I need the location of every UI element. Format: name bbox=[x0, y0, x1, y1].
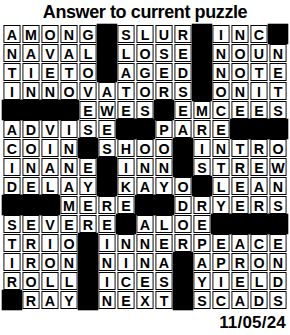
letter-cell-r10c10: D bbox=[174, 196, 191, 214]
letter-cell-r8c4: N bbox=[60, 158, 77, 176]
letter-cell-r10c5: E bbox=[79, 196, 96, 214]
block-cell-r5c2 bbox=[22, 101, 40, 119]
letter-cell-r2c15: N bbox=[269, 44, 286, 62]
letter-cell-r15c13: A bbox=[231, 291, 248, 309]
letter-cell-r7c7: H bbox=[117, 139, 134, 157]
letter-cell-r10c13: E bbox=[231, 196, 248, 214]
letter-cell-r9c4: A bbox=[60, 177, 77, 195]
letter-cell-r1c5: G bbox=[79, 25, 96, 43]
letter-cell-r14c11: Y bbox=[193, 272, 210, 290]
letter-cell-r9c14: A bbox=[250, 177, 267, 195]
letter-cell-r9c13: E bbox=[231, 177, 248, 195]
block-cell-r10c9 bbox=[155, 196, 173, 214]
letter-cell-r15c12: C bbox=[212, 291, 229, 309]
crossword-grid: AMONGSLURINCNAVALLOSENOUNTIETOAGEDNOTEIN… bbox=[2, 24, 288, 310]
letter-cell-r3c8: G bbox=[136, 63, 153, 81]
letter-cell-r2c3: V bbox=[41, 44, 58, 62]
block-cell-r1c11 bbox=[193, 25, 211, 43]
letter-cell-r2c5: L bbox=[79, 44, 96, 62]
letter-cell-r10c12: Y bbox=[212, 196, 229, 214]
letter-cell-r4c6: A bbox=[98, 82, 115, 100]
block-cell-r3c11 bbox=[193, 63, 211, 81]
letter-cell-r12c3: I bbox=[41, 234, 58, 252]
block-cell-r11c7 bbox=[117, 215, 135, 233]
block-cell-r10c2 bbox=[22, 196, 40, 214]
letter-cell-r15c3: A bbox=[41, 291, 58, 309]
letter-cell-r14c2: O bbox=[22, 272, 39, 290]
letter-cell-r14c13: E bbox=[231, 272, 248, 290]
letter-cell-r3c7: A bbox=[117, 63, 134, 81]
letter-cell-r9c15: N bbox=[269, 177, 286, 195]
block-cell-r14c10 bbox=[174, 272, 192, 290]
letter-cell-r11c5: R bbox=[79, 215, 96, 233]
letter-cell-r3c4: T bbox=[60, 63, 77, 81]
letter-cell-r8c15: W bbox=[269, 158, 286, 176]
letter-cell-r4c4: O bbox=[60, 82, 77, 100]
letter-cell-r2c2: A bbox=[22, 44, 39, 62]
letter-cell-r8c11: S bbox=[193, 158, 210, 176]
block-cell-r9c6 bbox=[98, 177, 116, 195]
letter-cell-r7c2: O bbox=[22, 139, 39, 157]
block-cell-r10c3 bbox=[41, 196, 59, 214]
letter-cell-r4c5: V bbox=[79, 82, 96, 100]
letter-cell-r14c4: L bbox=[60, 272, 77, 290]
letter-cell-r3c5: O bbox=[79, 63, 96, 81]
letter-cell-r1c12: I bbox=[212, 25, 229, 43]
letter-cell-r15c15: S bbox=[269, 291, 286, 309]
letter-cell-r5c10: E bbox=[174, 101, 191, 119]
letter-cell-r10c11: R bbox=[193, 196, 210, 214]
letter-cell-r11c11: E bbox=[193, 215, 210, 233]
letter-cell-r13c13: R bbox=[231, 253, 248, 271]
letter-cell-r8c14: E bbox=[250, 158, 267, 176]
letter-cell-r12c6: I bbox=[98, 234, 115, 252]
letter-cell-r7c1: C bbox=[3, 139, 20, 157]
letter-cell-r9c2: E bbox=[22, 177, 39, 195]
letter-cell-r6c5: S bbox=[79, 120, 96, 138]
letter-cell-r13c2: R bbox=[22, 253, 39, 271]
block-cell-r15c1 bbox=[3, 291, 21, 309]
letter-cell-r8c8: N bbox=[136, 158, 153, 176]
letter-cell-r1c8: L bbox=[136, 25, 153, 43]
letter-cell-r13c12: P bbox=[212, 253, 229, 271]
letter-cell-r9c12: L bbox=[212, 177, 229, 195]
letter-cell-r15c6: N bbox=[98, 291, 115, 309]
letter-cell-r10c15: S bbox=[269, 196, 286, 214]
letter-cell-r13c7: I bbox=[117, 253, 134, 271]
letter-cell-r7c13: T bbox=[231, 139, 248, 157]
letter-cell-r2c13: O bbox=[231, 44, 248, 62]
block-cell-r1c6 bbox=[98, 25, 116, 43]
letter-cell-r3c13: O bbox=[231, 63, 248, 81]
letter-cell-r9c8: A bbox=[136, 177, 153, 195]
block-cell-r2c6 bbox=[98, 44, 116, 62]
block-cell-r9c11 bbox=[193, 177, 211, 195]
letter-cell-r8c12: T bbox=[212, 158, 229, 176]
block-cell-r12c5 bbox=[79, 234, 97, 252]
block-cell-r8c6 bbox=[98, 158, 116, 176]
letter-cell-r4c10: S bbox=[174, 82, 191, 100]
letter-cell-r5c6: W bbox=[98, 101, 115, 119]
letter-cell-r12c8: N bbox=[136, 234, 153, 252]
letter-cell-r4c15: T bbox=[269, 82, 286, 100]
letter-cell-r13c14: O bbox=[250, 253, 267, 271]
letter-cell-r8c1: I bbox=[3, 158, 20, 176]
letter-cell-r1c3: O bbox=[41, 25, 58, 43]
letter-cell-r14c6: I bbox=[98, 272, 115, 290]
block-cell-r10c8 bbox=[136, 196, 154, 214]
letter-cell-r2c14: U bbox=[250, 44, 267, 62]
letter-cell-r10c14: R bbox=[250, 196, 267, 214]
letter-cell-r6c2: D bbox=[22, 120, 39, 138]
letter-cell-r7c12: N bbox=[212, 139, 229, 157]
crossword-answer-panel: Answer to current puzzle AMONGSLURINCNAV… bbox=[0, 0, 290, 335]
block-cell-r10c1 bbox=[3, 196, 21, 214]
letter-cell-r15c11: S bbox=[193, 291, 210, 309]
letter-cell-r13c9: A bbox=[155, 253, 172, 271]
letter-cell-r8c9: N bbox=[155, 158, 172, 176]
block-cell-r14c5 bbox=[79, 272, 97, 290]
letter-cell-r5c8: S bbox=[136, 101, 153, 119]
block-cell-r1c15 bbox=[269, 25, 287, 43]
letter-cell-r1c4: N bbox=[60, 25, 77, 43]
letter-cell-r3c3: E bbox=[41, 63, 58, 81]
letter-cell-r11c1: S bbox=[3, 215, 20, 233]
letter-cell-r12c7: N bbox=[117, 234, 134, 252]
letter-cell-r7c11: I bbox=[193, 139, 210, 157]
letter-cell-r12c9: E bbox=[155, 234, 172, 252]
letter-cell-r12c14: C bbox=[250, 234, 267, 252]
letter-cell-r9c1: D bbox=[3, 177, 20, 195]
letter-cell-r6c4: I bbox=[60, 120, 77, 138]
puzzle-date: 11/05/24 bbox=[0, 310, 290, 333]
letter-cell-r13c6: N bbox=[98, 253, 115, 271]
letter-cell-r1c14: C bbox=[250, 25, 267, 43]
block-cell-r4c11 bbox=[193, 82, 211, 100]
letter-cell-r12c12: E bbox=[212, 234, 229, 252]
letter-cell-r5c13: E bbox=[231, 101, 248, 119]
letter-cell-r11c9: L bbox=[155, 215, 172, 233]
letter-cell-r15c9: T bbox=[155, 291, 172, 309]
letter-cell-r9c5: Y bbox=[79, 177, 96, 195]
letter-cell-r14c14: L bbox=[250, 272, 267, 290]
letter-cell-r2c12: N bbox=[212, 44, 229, 62]
letter-cell-r13c15: N bbox=[269, 253, 286, 271]
letter-cell-r10c7: E bbox=[117, 196, 134, 214]
letter-cell-r7c4: N bbox=[60, 139, 77, 157]
block-cell-r11c15 bbox=[269, 215, 287, 233]
letter-cell-r15c2: R bbox=[22, 291, 39, 309]
block-cell-r6c13 bbox=[231, 120, 249, 138]
letter-cell-r4c9: R bbox=[155, 82, 172, 100]
letter-cell-r13c11: A bbox=[193, 253, 210, 271]
letter-cell-r8c5: E bbox=[79, 158, 96, 176]
letter-cell-r8c13: R bbox=[231, 158, 248, 176]
letter-cell-r2c10: E bbox=[174, 44, 191, 62]
letter-cell-r6c10: A bbox=[174, 120, 191, 138]
letter-cell-r15c14: D bbox=[250, 291, 267, 309]
letter-cell-r5c11: M bbox=[193, 101, 210, 119]
letter-cell-r3c12: N bbox=[212, 63, 229, 81]
block-cell-r3c6 bbox=[98, 63, 116, 81]
letter-cell-r2c9: S bbox=[155, 44, 172, 62]
letter-cell-r3c15: E bbox=[269, 63, 286, 81]
letter-cell-r7c9: O bbox=[155, 139, 172, 157]
block-cell-r7c10 bbox=[174, 139, 192, 157]
letter-cell-r4c8: O bbox=[136, 82, 153, 100]
block-cell-r6c7 bbox=[117, 120, 135, 138]
letter-cell-r4c1: I bbox=[3, 82, 20, 100]
letter-cell-r15c7: E bbox=[117, 291, 134, 309]
letter-cell-r3c1: T bbox=[3, 63, 20, 81]
block-cell-r13c5 bbox=[79, 253, 97, 271]
letter-cell-r11c4: E bbox=[60, 215, 77, 233]
letter-cell-r4c12: O bbox=[212, 82, 229, 100]
letter-cell-r7c14: R bbox=[250, 139, 267, 157]
letter-cell-r6c12: E bbox=[212, 120, 229, 138]
letter-cell-r12c10: R bbox=[174, 234, 191, 252]
letter-cell-r13c4: N bbox=[60, 253, 77, 271]
block-cell-r15c5 bbox=[79, 291, 97, 309]
letter-cell-r3c10: D bbox=[174, 63, 191, 81]
letter-cell-r3c2: I bbox=[22, 63, 39, 81]
block-cell-r5c9 bbox=[155, 101, 173, 119]
letter-cell-r5c12: C bbox=[212, 101, 229, 119]
letter-cell-r3c9: E bbox=[155, 63, 172, 81]
letter-cell-r2c1: N bbox=[3, 44, 20, 62]
letter-cell-r1c7: S bbox=[117, 25, 134, 43]
block-cell-r6c15 bbox=[269, 120, 287, 138]
letter-cell-r15c8: X bbox=[136, 291, 153, 309]
letter-cell-r7c3: I bbox=[41, 139, 58, 157]
letter-cell-r14c12: I bbox=[212, 272, 229, 290]
letter-cell-r7c15: O bbox=[269, 139, 286, 157]
letter-cell-r6c9: P bbox=[155, 120, 172, 138]
letter-cell-r14c1: R bbox=[3, 272, 20, 290]
block-cell-r11c13 bbox=[231, 215, 249, 233]
letter-cell-r1c1: A bbox=[3, 25, 20, 43]
letter-cell-r14c3: L bbox=[41, 272, 58, 290]
letter-cell-r12c13: A bbox=[231, 234, 248, 252]
block-cell-r13c10 bbox=[174, 253, 192, 271]
letter-cell-r8c2: N bbox=[22, 158, 39, 176]
letter-cell-r10c6: R bbox=[98, 196, 115, 214]
letter-cell-r8c3: A bbox=[41, 158, 58, 176]
page-title: Answer to current puzzle bbox=[0, 0, 290, 24]
block-cell-r7c5 bbox=[79, 139, 97, 157]
letter-cell-r6c1: A bbox=[3, 120, 20, 138]
letter-cell-r14c7: C bbox=[117, 272, 134, 290]
letter-cell-r4c7: T bbox=[117, 82, 134, 100]
block-cell-r6c8 bbox=[136, 120, 154, 138]
block-cell-r15c10 bbox=[174, 291, 192, 309]
letter-cell-r11c8: A bbox=[136, 215, 153, 233]
letter-cell-r5c7: E bbox=[117, 101, 134, 119]
letter-cell-r13c8: N bbox=[136, 253, 153, 271]
letter-cell-r14c8: E bbox=[136, 272, 153, 290]
letter-cell-r9c7: K bbox=[117, 177, 134, 195]
letter-cell-r6c6: E bbox=[98, 120, 115, 138]
letter-cell-r15c4: Y bbox=[60, 291, 77, 309]
letter-cell-r12c4: O bbox=[60, 234, 77, 252]
letter-cell-r2c4: A bbox=[60, 44, 77, 62]
block-cell-r6c14 bbox=[250, 120, 268, 138]
letter-cell-r4c14: I bbox=[250, 82, 267, 100]
letter-cell-r6c3: V bbox=[41, 120, 58, 138]
letter-cell-r7c8: O bbox=[136, 139, 153, 157]
block-cell-r11c14 bbox=[250, 215, 268, 233]
letter-cell-r1c9: U bbox=[155, 25, 172, 43]
letter-cell-r2c8: O bbox=[136, 44, 153, 62]
letter-cell-r14c15: D bbox=[269, 272, 286, 290]
letter-cell-r12c11: P bbox=[193, 234, 210, 252]
letter-cell-r12c15: E bbox=[269, 234, 286, 252]
letter-cell-r9c10: O bbox=[174, 177, 191, 195]
letter-cell-r7c6: S bbox=[98, 139, 115, 157]
letter-cell-r8c7: I bbox=[117, 158, 134, 176]
letter-cell-r11c6: E bbox=[98, 215, 115, 233]
letter-cell-r11c10: O bbox=[174, 215, 191, 233]
block-cell-r8c10 bbox=[174, 158, 192, 176]
letter-cell-r9c9: Y bbox=[155, 177, 172, 195]
letter-cell-r13c3: O bbox=[41, 253, 58, 271]
letter-cell-r3c14: T bbox=[250, 63, 267, 81]
block-cell-r5c3 bbox=[41, 101, 59, 119]
letter-cell-r2c7: L bbox=[117, 44, 134, 62]
letter-cell-r1c10: R bbox=[174, 25, 191, 43]
letter-cell-r6c11: R bbox=[193, 120, 210, 138]
letter-cell-r12c2: R bbox=[22, 234, 39, 252]
letter-cell-r4c13: N bbox=[231, 82, 248, 100]
letter-cell-r1c2: M bbox=[22, 25, 39, 43]
letter-cell-r1c13: N bbox=[231, 25, 248, 43]
block-cell-r5c4 bbox=[60, 101, 78, 119]
letter-cell-r13c1: I bbox=[3, 253, 20, 271]
letter-cell-r4c3: N bbox=[41, 82, 58, 100]
letter-cell-r12c1: T bbox=[3, 234, 20, 252]
letter-cell-r14c9: S bbox=[155, 272, 172, 290]
block-cell-r11c12 bbox=[212, 215, 230, 233]
letter-cell-r11c3: V bbox=[41, 215, 58, 233]
letter-cell-r10c4: M bbox=[60, 196, 77, 214]
letter-cell-r5c14: E bbox=[250, 101, 267, 119]
letter-cell-r9c3: L bbox=[41, 177, 58, 195]
block-cell-r2c11 bbox=[193, 44, 211, 62]
letter-cell-r4c2: N bbox=[22, 82, 39, 100]
letter-cell-r5c15: S bbox=[269, 101, 286, 119]
letter-cell-r5c5: E bbox=[79, 101, 96, 119]
block-cell-r5c1 bbox=[3, 101, 21, 119]
letter-cell-r11c2: E bbox=[22, 215, 39, 233]
